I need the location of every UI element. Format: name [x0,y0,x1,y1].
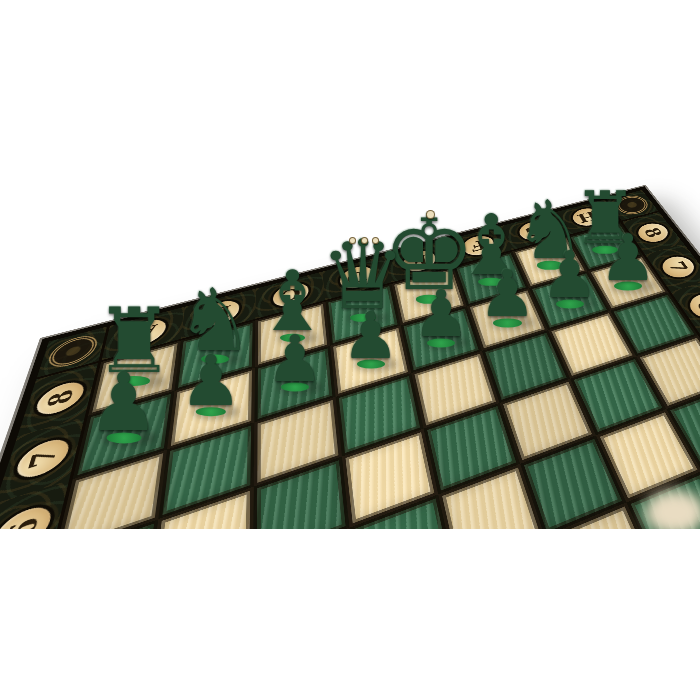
king-finial [426,210,435,219]
scene: ABCDEFGH8877665544332211ABCDEFGH ♜♞♝♛♚♝♞… [0,0,700,700]
board-crop-region: ABCDEFGH8877665544332211ABCDEFGH ♜♞♝♛♚♝♞… [0,0,700,529]
pawn-glyph: ♟ [43,362,204,443]
foreground-blur-object [645,490,700,529]
pieces-layer: ♜♞♝♛♚♝♞♜♟♟♟♟♟♟♟♟ [0,0,700,529]
queen-finial [361,237,368,244]
